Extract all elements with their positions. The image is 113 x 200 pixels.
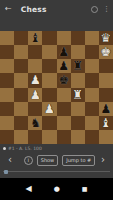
- overflow-menu-icon[interactable]: ⋮: [103, 6, 110, 13]
- square-f7[interactable]: [71, 45, 85, 59]
- square-d7[interactable]: [42, 45, 56, 59]
- square-d8[interactable]: [42, 31, 56, 45]
- info-icon[interactable]: i: [24, 156, 33, 165]
- square-a6[interactable]: [0, 59, 14, 73]
- square-a2[interactable]: [0, 116, 14, 130]
- android-navbar: ◀ ● ■: [0, 178, 113, 200]
- square-f6[interactable]: ♜: [71, 59, 85, 73]
- android-back-icon[interactable]: ◀: [26, 185, 32, 193]
- square-g3[interactable]: [85, 102, 99, 116]
- square-c5[interactable]: ♟: [28, 73, 42, 87]
- square-b1[interactable]: [14, 130, 28, 144]
- chess-board: ♝♛♟♚♟♜♟♚♟♜♟♟♞♝: [0, 31, 113, 144]
- piece-black-pawn: ♟: [101, 103, 112, 115]
- square-d2[interactable]: [42, 116, 56, 130]
- square-e3[interactable]: [57, 102, 71, 116]
- square-e7[interactable]: ♟: [57, 45, 71, 59]
- square-c1[interactable]: [28, 130, 42, 144]
- controls-center: i Show Jump to #: [20, 155, 99, 166]
- piece-white-pawn: ♟: [30, 89, 41, 101]
- piece-white-pawn: ♟: [44, 103, 55, 115]
- square-d4[interactable]: [42, 88, 56, 102]
- piece-black-bishop: ♝: [30, 32, 41, 44]
- square-g8[interactable]: [85, 31, 99, 45]
- piece-black-pawn: ♟: [58, 46, 69, 58]
- circle-icon[interactable]: [91, 6, 98, 13]
- square-g2[interactable]: [85, 116, 99, 130]
- square-f1[interactable]: [71, 130, 85, 144]
- jump-to-button[interactable]: Jump to #: [62, 155, 95, 166]
- app-bar: ← Chess ⋮: [0, 0, 113, 18]
- square-g1[interactable]: [85, 130, 99, 144]
- square-c6[interactable]: [28, 59, 42, 73]
- square-e2[interactable]: [57, 116, 71, 130]
- square-b6[interactable]: [14, 59, 28, 73]
- square-f3[interactable]: [71, 102, 85, 116]
- android-recents-icon[interactable]: ■: [82, 186, 88, 192]
- square-h7[interactable]: ♚: [99, 45, 113, 59]
- square-c3[interactable]: [28, 102, 42, 116]
- piece-black-king: ♚: [58, 74, 69, 86]
- square-h3[interactable]: ♟: [99, 102, 113, 116]
- square-h1[interactable]: [99, 130, 113, 144]
- page-title: Chess: [21, 5, 47, 14]
- square-h5[interactable]: [99, 73, 113, 87]
- app-bar-actions: ⋮: [91, 6, 110, 13]
- piece-white-queen: ♛: [101, 32, 112, 44]
- square-d3[interactable]: ♟: [42, 102, 56, 116]
- piece-black-rook: ♜: [72, 60, 83, 72]
- square-d1[interactable]: [42, 130, 56, 144]
- square-g5[interactable]: [85, 73, 99, 87]
- square-b8[interactable]: [14, 31, 28, 45]
- square-e5[interactable]: ♚: [57, 73, 71, 87]
- square-c7[interactable]: [28, 45, 42, 59]
- square-f8[interactable]: [71, 31, 85, 45]
- square-e4[interactable]: [57, 88, 71, 102]
- square-h6[interactable]: [99, 59, 113, 73]
- square-b7[interactable]: [14, 45, 28, 59]
- previous-move-button[interactable]: ‹: [6, 155, 14, 165]
- android-home-icon[interactable]: ●: [54, 186, 60, 193]
- square-h4[interactable]: [99, 88, 113, 102]
- square-f5[interactable]: [71, 73, 85, 87]
- square-b3[interactable]: [14, 102, 28, 116]
- square-b2[interactable]: [14, 116, 28, 130]
- square-b4[interactable]: [14, 88, 28, 102]
- piece-white-bishop: ♝: [101, 117, 112, 129]
- square-a8[interactable]: [0, 31, 14, 45]
- piece-black-pawn: ♟: [58, 60, 69, 72]
- square-c2[interactable]: ♞: [28, 116, 42, 130]
- square-a4[interactable]: [0, 88, 14, 102]
- status-line: #1 - A. L5. 100: [3, 145, 42, 151]
- square-a1[interactable]: [0, 130, 14, 144]
- square-h8[interactable]: ♛: [99, 31, 113, 45]
- square-e1[interactable]: [57, 130, 71, 144]
- piece-white-king: ♚: [101, 46, 112, 58]
- square-e8[interactable]: [57, 31, 71, 45]
- square-a3[interactable]: [0, 102, 14, 116]
- seekbar-thumb[interactable]: [4, 170, 8, 174]
- back-icon[interactable]: ←: [5, 5, 12, 13]
- square-e6[interactable]: ♟: [57, 59, 71, 73]
- piece-white-pawn: ♟: [30, 74, 41, 86]
- status-dot-icon: [3, 147, 6, 150]
- next-move-button[interactable]: ›: [99, 155, 107, 165]
- status-text: #1 - A. L5. 100: [8, 146, 42, 151]
- square-c8[interactable]: ♝: [28, 31, 42, 45]
- square-f4[interactable]: ♜: [71, 88, 85, 102]
- square-f2[interactable]: [71, 116, 85, 130]
- piece-white-rook: ♜: [72, 89, 83, 101]
- square-d5[interactable]: [42, 73, 56, 87]
- square-d6[interactable]: [42, 59, 56, 73]
- seekbar-track: [3, 171, 110, 172]
- square-c4[interactable]: ♟: [28, 88, 42, 102]
- square-h2[interactable]: ♝: [99, 116, 113, 130]
- square-g4[interactable]: [85, 88, 99, 102]
- move-seekbar[interactable]: [3, 169, 110, 174]
- square-a7[interactable]: [0, 45, 14, 59]
- square-b5[interactable]: [14, 73, 28, 87]
- square-g7[interactable]: [85, 45, 99, 59]
- playback-controls: ‹ i Show Jump to # ›: [0, 152, 113, 168]
- square-a5[interactable]: [0, 73, 14, 87]
- square-g6[interactable]: [85, 59, 99, 73]
- show-button[interactable]: Show: [37, 155, 59, 166]
- piece-black-knight: ♞: [30, 117, 41, 129]
